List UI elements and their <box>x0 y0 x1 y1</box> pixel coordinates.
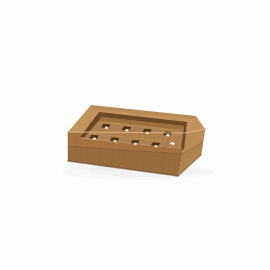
soap-dish-illustration <box>0 0 270 270</box>
product-photo: Product photo of a rectangular teak wood… <box>0 0 270 270</box>
